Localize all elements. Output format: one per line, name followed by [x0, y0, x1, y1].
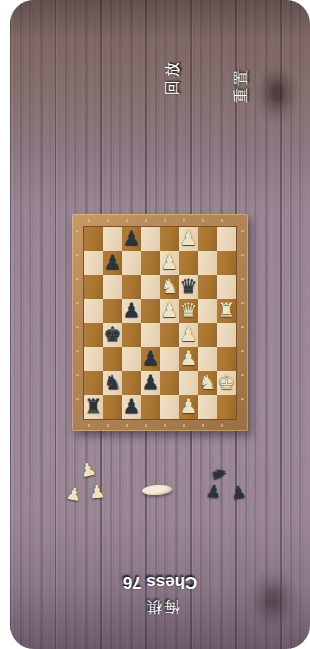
square-d6[interactable]	[141, 275, 160, 299]
square-g5[interactable]	[198, 299, 217, 323]
square-h2[interactable]: ♚	[217, 371, 236, 395]
white-pawn[interactable]: ♟	[179, 396, 198, 416]
square-c8[interactable]: ♟	[122, 227, 141, 251]
square-f7[interactable]	[179, 251, 198, 275]
square-h1[interactable]	[217, 395, 236, 419]
square-a8[interactable]	[84, 227, 103, 251]
square-c3[interactable]	[122, 347, 141, 371]
square-f3[interactable]: ♟	[179, 347, 198, 371]
square-g7[interactable]	[198, 251, 217, 275]
chess-board: ♟♟♟♟♞♛♟♟♛♜♚♟♟♟♞♟♞♚♜♟♟	[84, 227, 236, 419]
square-a6[interactable]	[84, 275, 103, 299]
square-f5[interactable]: ♛	[179, 299, 198, 323]
square-b7[interactable]: ♟	[103, 251, 122, 275]
square-c1[interactable]: ♟	[122, 395, 141, 419]
square-f4[interactable]: ♟	[179, 323, 198, 347]
square-g8[interactable]	[198, 227, 217, 251]
square-d8[interactable]	[141, 227, 160, 251]
square-e8[interactable]	[160, 227, 179, 251]
square-e3[interactable]	[160, 347, 179, 371]
frame-markings	[76, 230, 79, 418]
square-e4[interactable]	[160, 323, 179, 347]
black-pawn[interactable]: ♟	[122, 300, 141, 320]
square-a7[interactable]	[84, 251, 103, 275]
square-f8[interactable]: ♟	[179, 227, 198, 251]
wood-knot	[248, 568, 298, 632]
square-d4[interactable]	[141, 323, 160, 347]
black-queen[interactable]: ♛	[179, 276, 198, 296]
white-pawn[interactable]: ♟	[160, 300, 179, 320]
replay-button[interactable]: 回放	[160, 53, 184, 101]
square-h6[interactable]	[217, 275, 236, 299]
black-pawn[interactable]: ♟	[122, 228, 141, 248]
reset-button[interactable]: 重置	[229, 61, 253, 109]
square-c7[interactable]	[122, 251, 141, 275]
square-f1[interactable]: ♟	[179, 395, 198, 419]
white-king[interactable]: ♚	[217, 372, 236, 392]
app-screen: 回放 重置 ♟♟♟♟♞♛♟♟♛♜♚♟♟♟♞♟♞♚♜♟♟ ♟♟♟ ♞♟♟ Ches…	[10, 0, 310, 649]
square-g2[interactable]: ♞	[198, 371, 217, 395]
square-d1[interactable]	[141, 395, 160, 419]
square-a5[interactable]	[84, 299, 103, 323]
square-c6[interactable]	[122, 275, 141, 299]
black-pawn[interactable]: ♟	[122, 396, 141, 416]
square-d2[interactable]: ♟	[141, 371, 160, 395]
square-e5[interactable]: ♟	[160, 299, 179, 323]
square-h4[interactable]	[217, 323, 236, 347]
white-pawn[interactable]: ♟	[179, 228, 198, 248]
white-knight[interactable]: ♞	[160, 276, 179, 296]
white-pawn[interactable]: ♟	[160, 252, 179, 272]
square-f6[interactable]: ♛	[179, 275, 198, 299]
undo-button[interactable]: 悔棋	[132, 596, 192, 619]
square-c2[interactable]	[122, 371, 141, 395]
square-h8[interactable]	[217, 227, 236, 251]
square-g6[interactable]	[198, 275, 217, 299]
square-a1[interactable]: ♜	[84, 395, 103, 419]
square-g1[interactable]	[198, 395, 217, 419]
square-c5[interactable]: ♟	[122, 299, 141, 323]
square-a4[interactable]	[84, 323, 103, 347]
square-b4[interactable]: ♚	[103, 323, 122, 347]
frame-markings	[88, 219, 232, 222]
square-f2[interactable]	[179, 371, 198, 395]
square-d7[interactable]	[141, 251, 160, 275]
board-frame: ♟♟♟♟♞♛♟♟♛♜♚♟♟♟♞♟♞♚♜♟♟	[72, 214, 248, 431]
square-b8[interactable]	[103, 227, 122, 251]
black-rook[interactable]: ♜	[84, 396, 103, 416]
frame-markings	[241, 230, 244, 418]
square-b6[interactable]	[103, 275, 122, 299]
square-e7[interactable]: ♟	[160, 251, 179, 275]
app-title: Chess 76	[100, 570, 220, 594]
square-b3[interactable]	[103, 347, 122, 371]
square-b5[interactable]	[103, 299, 122, 323]
square-e6[interactable]: ♞	[160, 275, 179, 299]
square-a3[interactable]	[84, 347, 103, 371]
black-pawn[interactable]: ♟	[141, 372, 160, 392]
square-h3[interactable]	[217, 347, 236, 371]
square-a2[interactable]	[84, 371, 103, 395]
black-king[interactable]: ♚	[103, 324, 122, 344]
square-e1[interactable]	[160, 395, 179, 419]
square-d5[interactable]	[141, 299, 160, 323]
white-queen[interactable]: ♛	[179, 300, 198, 320]
square-g4[interactable]	[198, 323, 217, 347]
white-pawn[interactable]: ♟	[179, 348, 198, 368]
frame-markings	[88, 424, 232, 427]
square-h5[interactable]: ♜	[217, 299, 236, 323]
white-rook[interactable]: ♜	[217, 300, 236, 320]
square-b2[interactable]: ♞	[103, 371, 122, 395]
square-c4[interactable]	[122, 323, 141, 347]
square-d3[interactable]: ♟	[141, 347, 160, 371]
black-pawn[interactable]: ♟	[103, 252, 122, 272]
white-knight[interactable]: ♞	[198, 372, 217, 392]
square-e2[interactable]	[160, 371, 179, 395]
square-h7[interactable]	[217, 251, 236, 275]
square-b1[interactable]	[103, 395, 122, 419]
black-knight[interactable]: ♞	[103, 372, 122, 392]
wood-knot	[255, 62, 299, 124]
white-pawn[interactable]: ♟	[179, 324, 198, 344]
square-g3[interactable]	[198, 347, 217, 371]
black-pawn[interactable]: ♟	[141, 348, 160, 368]
